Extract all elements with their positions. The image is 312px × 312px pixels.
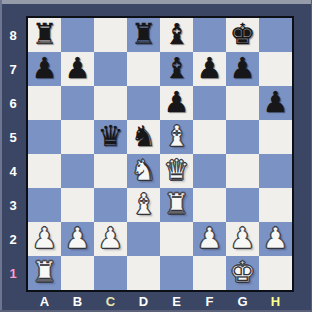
square-c8[interactable] [94, 18, 127, 52]
square-e4[interactable]: ♛ [160, 154, 193, 188]
square-c2[interactable]: ♟ [94, 222, 127, 256]
square-g4[interactable] [226, 154, 259, 188]
square-f6[interactable] [193, 86, 226, 120]
square-f7[interactable]: ♟ [193, 52, 226, 86]
square-b4[interactable] [61, 154, 94, 188]
piece-black-pawn: ♟ [263, 88, 289, 117]
rank-label-3: 3 [0, 188, 26, 222]
square-d5[interactable]: ♞ [127, 120, 160, 154]
square-e2[interactable] [160, 222, 193, 256]
square-h1[interactable] [259, 256, 292, 290]
square-f3[interactable] [193, 188, 226, 222]
file-label-d: D [127, 292, 160, 310]
file-label-g: G [226, 292, 259, 310]
piece-white-rook: ♜ [164, 190, 190, 219]
square-h7[interactable] [259, 52, 292, 86]
square-g1[interactable]: ♚ [226, 256, 259, 290]
square-d6[interactable] [127, 86, 160, 120]
piece-white-rook: ♜ [32, 258, 58, 287]
rank-label-4: 4 [0, 154, 26, 188]
piece-white-bishop: ♝ [131, 190, 157, 219]
piece-black-pawn: ♟ [65, 54, 91, 83]
file-label-b: B [61, 292, 94, 310]
piece-white-pawn: ♟ [65, 224, 91, 253]
square-g3[interactable] [226, 188, 259, 222]
square-e7[interactable]: ♝ [160, 52, 193, 86]
file-labels: ABCDEFGH [28, 292, 292, 310]
piece-white-queen: ♛ [164, 156, 190, 185]
square-f4[interactable] [193, 154, 226, 188]
square-a6[interactable] [28, 86, 61, 120]
piece-black-queen: ♛ [98, 122, 124, 151]
rank-label-5: 5 [0, 120, 26, 154]
square-g5[interactable] [226, 120, 259, 154]
square-a2[interactable]: ♟ [28, 222, 61, 256]
frame-bevel-right [311, 0, 312, 312]
square-h2[interactable]: ♟ [259, 222, 292, 256]
square-b8[interactable] [61, 18, 94, 52]
square-h4[interactable] [259, 154, 292, 188]
piece-black-king: ♚ [230, 20, 256, 49]
piece-white-pawn: ♟ [263, 224, 289, 253]
piece-black-bishop: ♝ [164, 54, 190, 83]
square-e3[interactable]: ♜ [160, 188, 193, 222]
square-d4[interactable]: ♞ [127, 154, 160, 188]
piece-white-pawn: ♟ [98, 224, 124, 253]
square-c1[interactable] [94, 256, 127, 290]
square-a1[interactable]: ♜ [28, 256, 61, 290]
piece-black-pawn: ♟ [197, 54, 223, 83]
square-e1[interactable] [160, 256, 193, 290]
square-g2[interactable]: ♟ [226, 222, 259, 256]
square-c4[interactable] [94, 154, 127, 188]
square-h5[interactable] [259, 120, 292, 154]
rank-label-6: 6 [0, 86, 26, 120]
piece-black-bishop: ♝ [164, 20, 190, 49]
file-label-f: F [193, 292, 226, 310]
piece-white-king: ♚ [230, 258, 256, 287]
file-label-a: A [28, 292, 61, 310]
square-d3[interactable]: ♝ [127, 188, 160, 222]
square-e8[interactable]: ♝ [160, 18, 193, 52]
piece-black-pawn: ♟ [164, 88, 190, 117]
square-g8[interactable]: ♚ [226, 18, 259, 52]
square-c6[interactable] [94, 86, 127, 120]
square-b7[interactable]: ♟ [61, 52, 94, 86]
file-label-e: E [160, 292, 193, 310]
square-f8[interactable] [193, 18, 226, 52]
square-c5[interactable]: ♛ [94, 120, 127, 154]
frame-bevel-top [0, 0, 312, 4]
square-f5[interactable] [193, 120, 226, 154]
piece-black-rook: ♜ [32, 20, 58, 49]
chess-board-window: 87654321 ♜♜♝♚♟♟♝♟♟♟♟♛♞♝♞♛♝♜♟♟♟♟♟♟♜♚ ABCD… [0, 0, 312, 312]
square-b6[interactable] [61, 86, 94, 120]
piece-white-pawn: ♟ [32, 224, 58, 253]
rank-label-8: 8 [0, 18, 26, 52]
square-a8[interactable]: ♜ [28, 18, 61, 52]
square-b3[interactable] [61, 188, 94, 222]
square-h3[interactable] [259, 188, 292, 222]
piece-white-knight: ♞ [131, 156, 157, 185]
piece-black-pawn: ♟ [32, 54, 58, 83]
square-b2[interactable]: ♟ [61, 222, 94, 256]
square-b1[interactable] [61, 256, 94, 290]
rank-label-1: 1 [0, 256, 26, 290]
square-g6[interactable] [226, 86, 259, 120]
square-a4[interactable] [28, 154, 61, 188]
square-b5[interactable] [61, 120, 94, 154]
file-label-c: C [94, 292, 127, 310]
square-d7[interactable] [127, 52, 160, 86]
square-d8[interactable]: ♜ [127, 18, 160, 52]
square-e6[interactable]: ♟ [160, 86, 193, 120]
square-d2[interactable] [127, 222, 160, 256]
rank-labels: 87654321 [0, 18, 26, 290]
chess-board: ♜♜♝♚♟♟♝♟♟♟♟♛♞♝♞♛♝♜♟♟♟♟♟♟♜♚ [26, 16, 294, 292]
piece-white-pawn: ♟ [197, 224, 223, 253]
piece-black-knight: ♞ [131, 122, 157, 151]
square-f1[interactable] [193, 256, 226, 290]
piece-black-pawn: ♟ [230, 54, 256, 83]
square-a7[interactable]: ♟ [28, 52, 61, 86]
square-d1[interactable] [127, 256, 160, 290]
square-e5[interactable]: ♝ [160, 120, 193, 154]
square-c7[interactable] [94, 52, 127, 86]
piece-white-pawn: ♟ [230, 224, 256, 253]
rank-label-2: 2 [0, 222, 26, 256]
square-a5[interactable] [28, 120, 61, 154]
square-h6[interactable]: ♟ [259, 86, 292, 120]
file-label-h: H [259, 292, 292, 310]
piece-white-bishop: ♝ [164, 122, 190, 151]
square-h8[interactable] [259, 18, 292, 52]
square-c3[interactable] [94, 188, 127, 222]
square-g7[interactable]: ♟ [226, 52, 259, 86]
square-a3[interactable] [28, 188, 61, 222]
piece-black-rook: ♜ [131, 20, 157, 49]
rank-label-7: 7 [0, 52, 26, 86]
square-f2[interactable]: ♟ [193, 222, 226, 256]
